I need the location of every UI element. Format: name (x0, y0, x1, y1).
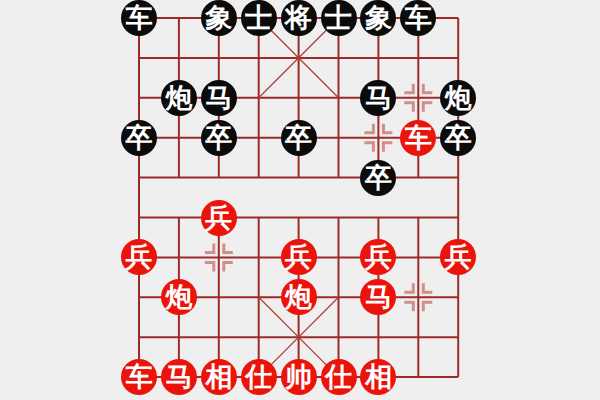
black-soldier[interactable]: 卒 (201, 120, 237, 156)
black-soldier[interactable]: 卒 (360, 160, 396, 196)
red-horse[interactable]: 马 (360, 279, 396, 315)
xiangqi-board-grid[interactable] (0, 0, 600, 400)
red-chariot[interactable]: 车 (121, 359, 157, 395)
black-soldier[interactable]: 卒 (121, 120, 157, 156)
black-soldier[interactable]: 卒 (281, 120, 317, 156)
red-general[interactable]: 帅 (281, 359, 317, 395)
red-advisor[interactable]: 仕 (241, 359, 277, 395)
red-soldier[interactable]: 兵 (440, 239, 476, 275)
red-advisor[interactable]: 仕 (321, 359, 357, 395)
red-cannon[interactable]: 炮 (161, 279, 197, 315)
red-cannon[interactable]: 炮 (281, 279, 317, 315)
black-horse[interactable]: 马 (360, 80, 396, 116)
black-elephant[interactable]: 象 (201, 0, 237, 36)
black-horse[interactable]: 马 (201, 80, 237, 116)
black-chariot[interactable]: 车 (400, 0, 436, 36)
red-chariot[interactable]: 车 (400, 120, 436, 156)
black-advisor[interactable]: 士 (241, 0, 277, 36)
black-chariot[interactable]: 车 (121, 0, 157, 36)
red-soldier[interactable]: 兵 (121, 239, 157, 275)
black-advisor[interactable]: 士 (321, 0, 357, 36)
red-elephant[interactable]: 相 (360, 359, 396, 395)
red-soldier[interactable]: 兵 (201, 200, 237, 236)
black-general[interactable]: 将 (281, 0, 317, 36)
black-cannon[interactable]: 炮 (161, 80, 197, 116)
red-elephant[interactable]: 相 (201, 359, 237, 395)
black-cannon[interactable]: 炮 (440, 80, 476, 116)
xiangqi-board-screen: 车象士将士象车炮马马炮卒卒卒卒卒车兵兵兵兵兵炮炮马车马相仕帅仕相 (0, 0, 600, 400)
black-soldier[interactable]: 卒 (440, 120, 476, 156)
black-elephant[interactable]: 象 (360, 0, 396, 36)
red-soldier[interactable]: 兵 (360, 239, 396, 275)
red-horse[interactable]: 马 (161, 359, 197, 395)
red-soldier[interactable]: 兵 (281, 239, 317, 275)
